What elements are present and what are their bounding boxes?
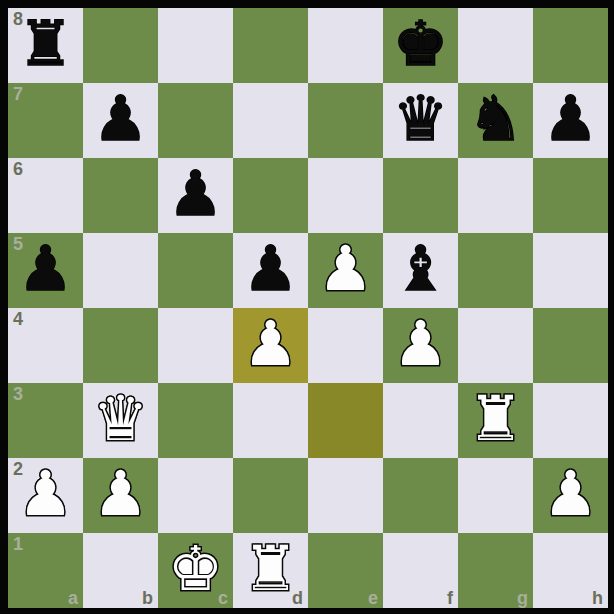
square-d8[interactable] bbox=[233, 8, 308, 83]
white-pawn-a2[interactable]: ♟ bbox=[18, 456, 74, 531]
square-d1[interactable]: d♜ bbox=[233, 533, 308, 608]
square-g7[interactable]: ♞ bbox=[458, 83, 533, 158]
square-d4[interactable]: ♟ bbox=[233, 308, 308, 383]
square-f5[interactable]: ♝ bbox=[383, 233, 458, 308]
square-c1[interactable]: c♚ bbox=[158, 533, 233, 608]
white-pawn-h2[interactable]: ♟ bbox=[543, 456, 599, 531]
chess-board: 8♜♚7♟♛♞♟6♟5♟♟♟♝4♟♟3♛♜2♟♟♟1abc♚d♜efgh bbox=[8, 8, 608, 608]
white-king-c1[interactable]: ♚ bbox=[168, 531, 224, 606]
white-pawn-e5[interactable]: ♟ bbox=[318, 231, 374, 306]
black-pawn-h7[interactable]: ♟ bbox=[543, 81, 599, 156]
square-e3[interactable] bbox=[308, 383, 383, 458]
black-queen-f7[interactable]: ♛ bbox=[393, 81, 449, 156]
black-knight-g7[interactable]: ♞ bbox=[468, 81, 524, 156]
file-label-g: g bbox=[517, 588, 528, 608]
square-h6[interactable] bbox=[533, 158, 608, 233]
chess-app-frame: 8♜♚7♟♛♞♟6♟5♟♟♟♝4♟♟3♛♜2♟♟♟1abc♚d♜efgh bbox=[0, 0, 614, 614]
black-pawn-c6[interactable]: ♟ bbox=[168, 156, 224, 231]
file-label-f: f bbox=[447, 588, 453, 608]
square-f1[interactable]: f bbox=[383, 533, 458, 608]
black-pawn-b7[interactable]: ♟ bbox=[93, 81, 149, 156]
file-label-h: h bbox=[592, 588, 603, 608]
square-d7[interactable] bbox=[233, 83, 308, 158]
black-pawn-a5[interactable]: ♟ bbox=[18, 231, 74, 306]
white-queen-b3[interactable]: ♛ bbox=[93, 381, 149, 456]
square-h3[interactable] bbox=[533, 383, 608, 458]
square-f6[interactable] bbox=[383, 158, 458, 233]
square-a6[interactable]: 6 bbox=[8, 158, 83, 233]
square-e6[interactable] bbox=[308, 158, 383, 233]
square-d5[interactable]: ♟ bbox=[233, 233, 308, 308]
square-c6[interactable]: ♟ bbox=[158, 158, 233, 233]
rank-label-3: 3 bbox=[13, 384, 23, 404]
square-c5[interactable] bbox=[158, 233, 233, 308]
square-h4[interactable] bbox=[533, 308, 608, 383]
black-rook-a8[interactable]: ♜ bbox=[18, 6, 74, 81]
square-b4[interactable] bbox=[83, 308, 158, 383]
square-h8[interactable] bbox=[533, 8, 608, 83]
square-e5[interactable]: ♟ bbox=[308, 233, 383, 308]
square-e7[interactable] bbox=[308, 83, 383, 158]
file-label-b: b bbox=[142, 588, 153, 608]
square-c3[interactable] bbox=[158, 383, 233, 458]
square-a4[interactable]: 4 bbox=[8, 308, 83, 383]
black-pawn-d5[interactable]: ♟ bbox=[243, 231, 299, 306]
square-b5[interactable] bbox=[83, 233, 158, 308]
square-d3[interactable] bbox=[233, 383, 308, 458]
square-a5[interactable]: 5♟ bbox=[8, 233, 83, 308]
square-g3[interactable]: ♜ bbox=[458, 383, 533, 458]
square-f8[interactable]: ♚ bbox=[383, 8, 458, 83]
square-g8[interactable] bbox=[458, 8, 533, 83]
white-pawn-b2[interactable]: ♟ bbox=[93, 456, 149, 531]
square-a7[interactable]: 7 bbox=[8, 83, 83, 158]
file-label-e: e bbox=[368, 588, 378, 608]
square-f7[interactable]: ♛ bbox=[383, 83, 458, 158]
square-b3[interactable]: ♛ bbox=[83, 383, 158, 458]
square-e8[interactable] bbox=[308, 8, 383, 83]
square-h5[interactable] bbox=[533, 233, 608, 308]
rank-label-7: 7 bbox=[13, 84, 23, 104]
square-b7[interactable]: ♟ bbox=[83, 83, 158, 158]
square-g4[interactable] bbox=[458, 308, 533, 383]
square-d6[interactable] bbox=[233, 158, 308, 233]
square-f2[interactable] bbox=[383, 458, 458, 533]
square-e1[interactable]: e bbox=[308, 533, 383, 608]
square-a2[interactable]: 2♟ bbox=[8, 458, 83, 533]
white-pawn-f4[interactable]: ♟ bbox=[393, 306, 449, 381]
square-b1[interactable]: b bbox=[83, 533, 158, 608]
square-g1[interactable]: g bbox=[458, 533, 533, 608]
square-c7[interactable] bbox=[158, 83, 233, 158]
square-e2[interactable] bbox=[308, 458, 383, 533]
square-c4[interactable] bbox=[158, 308, 233, 383]
rank-label-4: 4 bbox=[13, 309, 23, 329]
square-f4[interactable]: ♟ bbox=[383, 308, 458, 383]
square-a8[interactable]: 8♜ bbox=[8, 8, 83, 83]
square-b8[interactable] bbox=[83, 8, 158, 83]
white-rook-d1[interactable]: ♜ bbox=[243, 531, 299, 606]
rank-label-1: 1 bbox=[13, 534, 23, 554]
square-b2[interactable]: ♟ bbox=[83, 458, 158, 533]
file-label-a: a bbox=[68, 588, 78, 608]
square-h7[interactable]: ♟ bbox=[533, 83, 608, 158]
square-g2[interactable] bbox=[458, 458, 533, 533]
square-a3[interactable]: 3 bbox=[8, 383, 83, 458]
square-e4[interactable] bbox=[308, 308, 383, 383]
square-h2[interactable]: ♟ bbox=[533, 458, 608, 533]
square-d2[interactable] bbox=[233, 458, 308, 533]
square-c8[interactable] bbox=[158, 8, 233, 83]
square-f3[interactable] bbox=[383, 383, 458, 458]
rank-label-6: 6 bbox=[13, 159, 23, 179]
white-pawn-d4[interactable]: ♟ bbox=[243, 306, 299, 381]
square-g6[interactable] bbox=[458, 158, 533, 233]
square-b6[interactable] bbox=[83, 158, 158, 233]
square-g5[interactable] bbox=[458, 233, 533, 308]
black-bishop-f5[interactable]: ♝ bbox=[393, 231, 449, 306]
white-rook-g3[interactable]: ♜ bbox=[468, 381, 524, 456]
black-king-f8[interactable]: ♚ bbox=[393, 6, 449, 81]
square-h1[interactable]: h bbox=[533, 533, 608, 608]
square-c2[interactable] bbox=[158, 458, 233, 533]
square-a1[interactable]: 1a bbox=[8, 533, 83, 608]
